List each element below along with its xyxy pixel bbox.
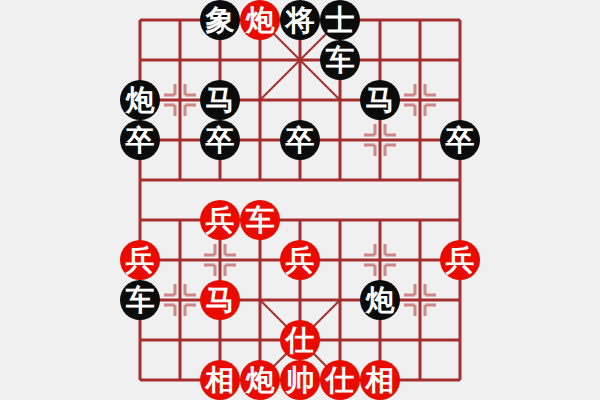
red-pawn[interactable]: 兵 [280,240,320,280]
black-pawn[interactable]: 卒 [120,120,160,160]
red-elephant[interactable]: 相 [360,360,400,400]
red-pawn[interactable]: 兵 [440,240,480,280]
black-pawn[interactable]: 卒 [200,120,240,160]
red-chariot[interactable]: 车 [240,200,280,240]
red-horse[interactable]: 马 [200,280,240,320]
black-chariot[interactable]: 车 [320,40,360,80]
black-chariot[interactable]: 车 [120,280,160,320]
black-cannon[interactable]: 炮 [360,280,400,320]
black-cannon[interactable]: 炮 [120,80,160,120]
black-advisor[interactable]: 士 [320,0,360,40]
black-horse[interactable]: 马 [360,80,400,120]
red-elephant[interactable]: 相 [200,360,240,400]
red-cannon[interactable]: 炮 [240,0,280,40]
red-pawn[interactable]: 兵 [120,240,160,280]
black-pawn[interactable]: 卒 [440,120,480,160]
red-cannon[interactable]: 炮 [240,360,280,400]
black-horse[interactable]: 马 [200,80,240,120]
board-grid: 象炮将士车炮马马卒卒卒卒兵车兵兵兵车马炮仕相炮帅仕相 [120,0,480,400]
red-advisor[interactable]: 仕 [320,360,360,400]
red-advisor[interactable]: 仕 [280,320,320,360]
red-pawn[interactable]: 兵 [200,200,240,240]
xiangqi-board-screen: 象炮将士车炮马马卒卒卒卒兵车兵兵兵车马炮仕相炮帅仕相 [0,0,600,400]
black-general[interactable]: 将 [280,0,320,40]
black-pawn[interactable]: 卒 [280,120,320,160]
black-elephant[interactable]: 象 [200,0,240,40]
red-general[interactable]: 帅 [280,360,320,400]
